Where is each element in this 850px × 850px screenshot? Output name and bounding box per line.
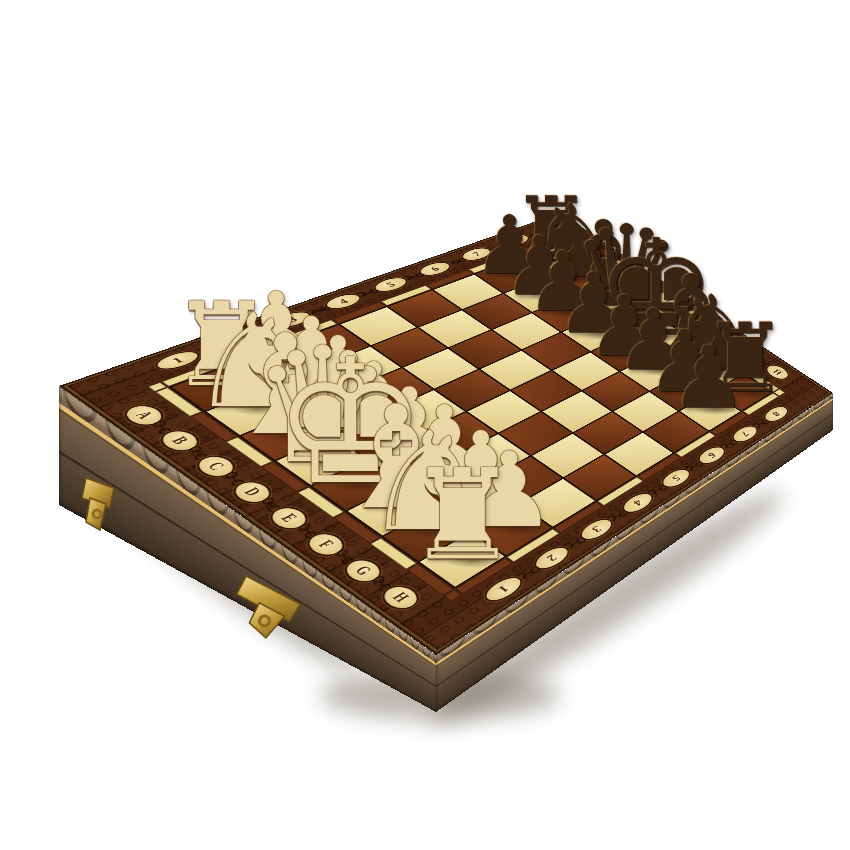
product-photo-scene: AA88BB77CC66DD55EE44FF33GG22HH11 ♜♞♝♛♚♝♞… (0, 0, 850, 850)
chess-board: AA88BB77CC66DD55EE44FF33GG22HH11 (59, 213, 833, 655)
rank-label-right-1: 1 (481, 574, 526, 604)
brass-latch-icon (76, 474, 124, 536)
